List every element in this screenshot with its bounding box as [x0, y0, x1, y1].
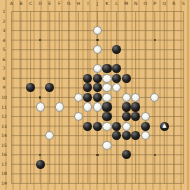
column-label: G: [66, 1, 72, 6]
go-board[interactable]: ABCDEFGHIJKLMNOPQRS123456789101112131415…: [0, 0, 190, 190]
column-label: I: [85, 1, 91, 6]
black-stone: [122, 150, 131, 159]
last-move-marker: ▲: [162, 123, 166, 129]
column-label: A: [9, 1, 15, 6]
row-label: 18: [0, 171, 8, 176]
black-stone: [36, 160, 45, 169]
row-label: 12: [0, 114, 8, 119]
black-stone: ▲: [160, 122, 169, 131]
black-stone: [93, 93, 102, 102]
black-stone: [122, 131, 131, 140]
white-stone: [36, 102, 45, 111]
white-stone: [102, 74, 111, 83]
black-stone: [141, 122, 150, 131]
column-label: N: [133, 1, 139, 6]
row-label: 5: [0, 47, 8, 52]
black-stone: [93, 74, 102, 83]
row-label: 10: [0, 95, 8, 100]
black-stone: [102, 64, 111, 73]
column-label: R: [171, 1, 177, 6]
white-stone: [74, 112, 83, 121]
black-stone: [102, 112, 111, 121]
row-label: 1: [0, 9, 8, 14]
row-label: 2: [0, 19, 8, 24]
column-label: F: [56, 1, 62, 6]
black-stone: [112, 74, 121, 83]
column-label: P: [152, 1, 158, 6]
row-label: 11: [0, 105, 8, 110]
column-label: B: [18, 1, 24, 6]
row-label: 17: [0, 162, 8, 167]
black-stone: [93, 122, 102, 131]
star-point: [154, 154, 156, 156]
black-stone: [122, 74, 131, 83]
star-point: [96, 154, 98, 156]
row-label: 19: [0, 181, 8, 186]
row-label: 7: [0, 66, 8, 71]
column-label: E: [47, 1, 53, 6]
row-label: 13: [0, 124, 8, 129]
white-stone: [55, 102, 64, 111]
white-stone: [102, 141, 111, 150]
column-label: J: [94, 1, 100, 6]
white-stone: [141, 131, 150, 140]
row-label: 14: [0, 133, 8, 138]
row-label: 6: [0, 57, 8, 62]
white-stone: [74, 93, 83, 102]
black-stone: [122, 112, 131, 121]
row-label: 9: [0, 85, 8, 90]
column-label: O: [142, 1, 148, 6]
black-stone: [131, 102, 140, 111]
row-label: 8: [0, 76, 8, 81]
black-stone: [112, 122, 121, 131]
column-label: D: [37, 1, 43, 6]
row-label: 15: [0, 143, 8, 148]
column-label: C: [28, 1, 34, 6]
black-stone: [122, 102, 131, 111]
white-stone: [102, 122, 111, 131]
white-stone: [102, 83, 111, 92]
column-label: Q: [161, 1, 167, 6]
black-stone: [102, 102, 111, 111]
white-stone: [141, 112, 150, 121]
row-label: 16: [0, 152, 8, 157]
column-label: L: [114, 1, 120, 6]
white-stone: [83, 102, 92, 111]
white-stone: [122, 93, 131, 102]
row-label: 4: [0, 38, 8, 43]
column-label: M: [123, 1, 129, 6]
white-stone: [102, 93, 111, 102]
column-label: S: [180, 1, 186, 6]
row-label: 3: [0, 28, 8, 33]
white-stone: [93, 102, 102, 111]
column-label: K: [104, 1, 110, 6]
column-label: H: [75, 1, 81, 6]
white-stone: [122, 122, 131, 131]
